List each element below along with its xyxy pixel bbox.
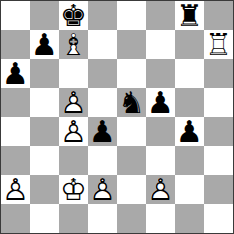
square-g8[interactable]: ♜	[175, 1, 204, 30]
square-h6[interactable]	[204, 59, 233, 88]
piece-white-bishop: ♝♗	[59, 30, 88, 59]
white-piece-outline-layer: ♙	[60, 116, 87, 145]
piece-white-rook: ♜♖	[204, 30, 233, 59]
black-piece-glyph: ♟	[176, 116, 203, 145]
piece-black-pawn: ♟	[146, 88, 175, 117]
square-f5[interactable]: ♟	[146, 88, 175, 117]
white-piece-outline-layer: ♖	[205, 29, 232, 58]
square-c2[interactable]: ♚♔	[59, 175, 88, 204]
black-piece-glyph: ♟	[31, 29, 58, 58]
square-g2[interactable]	[175, 175, 204, 204]
square-b1[interactable]	[30, 204, 59, 233]
square-f1[interactable]	[146, 204, 175, 233]
square-f2[interactable]: ♟♙	[146, 175, 175, 204]
square-b7[interactable]: ♟	[30, 30, 59, 59]
square-g3[interactable]	[175, 146, 204, 175]
black-piece-glyph: ♟	[89, 116, 116, 145]
white-piece-outline-layer: ♙	[60, 87, 87, 116]
square-e3[interactable]	[117, 146, 146, 175]
square-e8[interactable]	[117, 1, 146, 30]
black-piece-glyph: ♜	[176, 0, 203, 29]
piece-black-rook: ♜	[175, 1, 204, 30]
square-a5[interactable]	[1, 88, 30, 117]
white-piece-outline-layer: ♙	[2, 174, 29, 203]
piece-white-pawn: ♟♙	[88, 175, 117, 204]
square-g6[interactable]	[175, 59, 204, 88]
square-a8[interactable]	[1, 1, 30, 30]
square-a1[interactable]	[1, 204, 30, 233]
chess-board: ♚♜♟♝♗♜♖♟♟♙♞♟♟♙♟♟♟♙♚♔♟♙♟♙	[0, 0, 234, 234]
white-piece-outline-layer: ♗	[60, 29, 87, 58]
white-piece-outline-layer: ♙	[147, 174, 174, 203]
square-f8[interactable]	[146, 1, 175, 30]
square-e1[interactable]	[117, 204, 146, 233]
square-g1[interactable]	[175, 204, 204, 233]
piece-black-pawn: ♟	[88, 117, 117, 146]
square-e2[interactable]	[117, 175, 146, 204]
square-d1[interactable]	[88, 204, 117, 233]
black-piece-glyph: ♟	[2, 58, 29, 87]
piece-white-pawn: ♟♙	[1, 175, 30, 204]
square-a6[interactable]: ♟	[1, 59, 30, 88]
black-piece-glyph: ♚	[60, 0, 87, 29]
square-e7[interactable]	[117, 30, 146, 59]
square-h1[interactable]	[204, 204, 233, 233]
square-a4[interactable]	[1, 117, 30, 146]
square-f7[interactable]	[146, 30, 175, 59]
square-h4[interactable]	[204, 117, 233, 146]
piece-black-pawn: ♟	[1, 59, 30, 88]
square-b5[interactable]	[30, 88, 59, 117]
square-b3[interactable]	[30, 146, 59, 175]
square-e4[interactable]	[117, 117, 146, 146]
square-g7[interactable]	[175, 30, 204, 59]
piece-black-pawn: ♟	[175, 117, 204, 146]
square-h2[interactable]	[204, 175, 233, 204]
piece-white-king: ♚♔	[59, 175, 88, 204]
square-b6[interactable]	[30, 59, 59, 88]
square-d2[interactable]: ♟♙	[88, 175, 117, 204]
piece-white-pawn: ♟♙	[59, 117, 88, 146]
square-d4[interactable]: ♟	[88, 117, 117, 146]
square-b2[interactable]	[30, 175, 59, 204]
square-g4[interactable]: ♟	[175, 117, 204, 146]
chess-diagram: ♚♜♟♝♗♜♖♟♟♙♞♟♟♙♟♟♟♙♚♔♟♙♟♙	[0, 0, 234, 234]
square-f4[interactable]	[146, 117, 175, 146]
square-c4[interactable]: ♟♙	[59, 117, 88, 146]
square-c7[interactable]: ♝♗	[59, 30, 88, 59]
square-h5[interactable]	[204, 88, 233, 117]
square-e5[interactable]: ♞	[117, 88, 146, 117]
white-piece-outline-layer: ♙	[89, 174, 116, 203]
piece-black-knight: ♞	[117, 88, 146, 117]
black-piece-glyph: ♟	[147, 87, 174, 116]
square-d6[interactable]	[88, 59, 117, 88]
white-piece-outline-layer: ♔	[60, 174, 87, 203]
square-h3[interactable]	[204, 146, 233, 175]
square-h7[interactable]: ♜♖	[204, 30, 233, 59]
square-b4[interactable]	[30, 117, 59, 146]
square-c1[interactable]	[59, 204, 88, 233]
piece-white-pawn: ♟♙	[146, 175, 175, 204]
black-piece-glyph: ♞	[118, 87, 145, 116]
square-d7[interactable]	[88, 30, 117, 59]
square-d8[interactable]	[88, 1, 117, 30]
piece-black-pawn: ♟	[30, 30, 59, 59]
square-a2[interactable]: ♟♙	[1, 175, 30, 204]
